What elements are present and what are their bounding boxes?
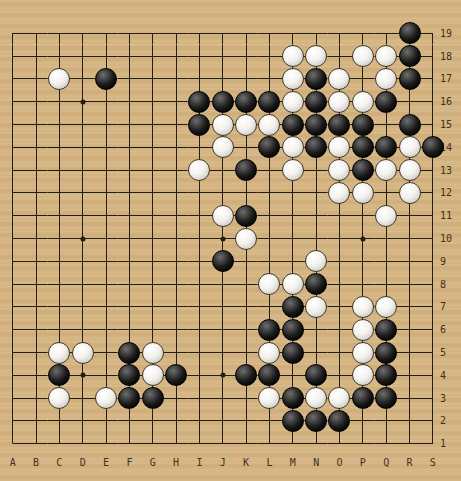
intersection-Q3[interactable] [375,387,398,410]
intersection-A6[interactable] [1,318,24,341]
intersection-K16[interactable] [234,90,257,113]
intersection-I10[interactable] [188,227,211,250]
intersection-G11[interactable] [141,204,164,227]
intersection-Q2[interactable] [375,410,398,433]
intersection-E19[interactable] [94,22,117,45]
intersection-I4[interactable] [188,364,211,387]
intersection-O18[interactable] [328,45,351,68]
intersection-E11[interactable] [94,204,117,227]
intersection-O8[interactable] [328,273,351,296]
intersection-M2[interactable] [281,410,304,433]
intersection-G16[interactable] [141,90,164,113]
intersection-M18[interactable] [281,45,304,68]
intersection-D10[interactable] [71,227,94,250]
intersection-E6[interactable] [94,318,117,341]
intersection-D18[interactable] [71,45,94,68]
intersection-L10[interactable] [258,227,281,250]
intersection-C13[interactable] [48,159,71,182]
intersection-K6[interactable] [234,318,257,341]
intersection-H13[interactable] [164,159,187,182]
intersection-L1[interactable] [258,432,281,455]
intersection-H8[interactable] [164,273,187,296]
intersection-J7[interactable] [211,296,234,319]
intersection-D1[interactable] [71,432,94,455]
intersection-E8[interactable] [94,273,117,296]
intersection-F7[interactable] [118,296,141,319]
intersection-H9[interactable] [164,250,187,273]
intersection-G1[interactable] [141,432,164,455]
intersection-H17[interactable] [164,68,187,91]
intersection-K15[interactable] [234,113,257,136]
intersection-I13[interactable] [188,159,211,182]
intersection-J18[interactable] [211,45,234,68]
intersection-F19[interactable] [118,22,141,45]
intersection-R9[interactable] [398,250,421,273]
intersection-O15[interactable] [328,113,351,136]
intersection-A17[interactable] [1,68,24,91]
intersection-F4[interactable] [118,364,141,387]
intersection-G10[interactable] [141,227,164,250]
intersection-I6[interactable] [188,318,211,341]
intersection-O17[interactable] [328,68,351,91]
intersection-F15[interactable] [118,113,141,136]
intersection-N15[interactable] [304,113,327,136]
intersection-K19[interactable] [234,22,257,45]
intersection-H3[interactable] [164,387,187,410]
intersection-B8[interactable] [24,273,47,296]
intersection-A4[interactable] [1,364,24,387]
intersection-H18[interactable] [164,45,187,68]
intersection-J3[interactable] [211,387,234,410]
intersection-P1[interactable] [351,432,374,455]
intersection-A10[interactable] [1,227,24,250]
intersection-F1[interactable] [118,432,141,455]
intersection-D11[interactable] [71,204,94,227]
intersection-E1[interactable] [94,432,117,455]
intersection-J13[interactable] [211,159,234,182]
intersection-P3[interactable] [351,387,374,410]
intersection-H11[interactable] [164,204,187,227]
intersection-M4[interactable] [281,364,304,387]
intersection-M11[interactable] [281,204,304,227]
intersection-R7[interactable] [398,296,421,319]
intersection-I7[interactable] [188,296,211,319]
intersection-M1[interactable] [281,432,304,455]
intersection-F8[interactable] [118,273,141,296]
intersection-L19[interactable] [258,22,281,45]
intersection-O9[interactable] [328,250,351,273]
intersection-N17[interactable] [304,68,327,91]
intersection-M3[interactable] [281,387,304,410]
intersection-O2[interactable] [328,410,351,433]
intersection-J17[interactable] [211,68,234,91]
intersection-E14[interactable] [94,136,117,159]
intersection-E18[interactable] [94,45,117,68]
intersection-K11[interactable] [234,204,257,227]
intersection-E13[interactable] [94,159,117,182]
intersection-E16[interactable] [94,90,117,113]
intersection-I16[interactable] [188,90,211,113]
intersection-P9[interactable] [351,250,374,273]
intersection-I1[interactable] [188,432,211,455]
intersection-G5[interactable] [141,341,164,364]
intersection-G2[interactable] [141,410,164,433]
intersection-L2[interactable] [258,410,281,433]
intersection-G18[interactable] [141,45,164,68]
intersection-R8[interactable] [398,273,421,296]
intersection-C18[interactable] [48,45,71,68]
intersection-H1[interactable] [164,432,187,455]
intersection-M6[interactable] [281,318,304,341]
intersection-E9[interactable] [94,250,117,273]
intersection-N1[interactable] [304,432,327,455]
intersection-G13[interactable] [141,159,164,182]
intersection-R2[interactable] [398,410,421,433]
intersection-K5[interactable] [234,341,257,364]
intersection-D13[interactable] [71,159,94,182]
intersection-E5[interactable] [94,341,117,364]
intersection-N16[interactable] [304,90,327,113]
intersection-Q17[interactable] [375,68,398,91]
intersection-P14[interactable] [351,136,374,159]
intersection-E10[interactable] [94,227,117,250]
intersection-C16[interactable] [48,90,71,113]
intersection-P10[interactable] [351,227,374,250]
intersection-M10[interactable] [281,227,304,250]
intersection-B3[interactable] [24,387,47,410]
intersection-A14[interactable] [1,136,24,159]
intersection-L18[interactable] [258,45,281,68]
intersection-H7[interactable] [164,296,187,319]
intersection-R5[interactable] [398,341,421,364]
intersection-A9[interactable] [1,250,24,273]
intersection-C8[interactable] [48,273,71,296]
intersection-Q15[interactable] [375,113,398,136]
intersection-H2[interactable] [164,410,187,433]
intersection-K17[interactable] [234,68,257,91]
intersection-M17[interactable] [281,68,304,91]
intersection-K9[interactable] [234,250,257,273]
intersection-A19[interactable] [1,22,24,45]
intersection-B11[interactable] [24,204,47,227]
intersection-B19[interactable] [24,22,47,45]
intersection-C19[interactable] [48,22,71,45]
intersection-D5[interactable] [71,341,94,364]
intersection-D14[interactable] [71,136,94,159]
intersection-G4[interactable] [141,364,164,387]
intersection-L14[interactable] [258,136,281,159]
intersection-K10[interactable] [234,227,257,250]
intersection-A15[interactable] [1,113,24,136]
intersection-R12[interactable] [398,182,421,205]
intersection-F17[interactable] [118,68,141,91]
intersection-P11[interactable] [351,204,374,227]
intersection-K3[interactable] [234,387,257,410]
intersection-K2[interactable] [234,410,257,433]
intersection-N3[interactable] [304,387,327,410]
intersection-J12[interactable] [211,182,234,205]
intersection-M7[interactable] [281,296,304,319]
intersection-D15[interactable] [71,113,94,136]
intersection-E7[interactable] [94,296,117,319]
intersection-I14[interactable] [188,136,211,159]
intersection-N19[interactable] [304,22,327,45]
intersection-B1[interactable] [24,432,47,455]
intersection-A8[interactable] [1,273,24,296]
intersection-C7[interactable] [48,296,71,319]
intersection-K8[interactable] [234,273,257,296]
intersection-P19[interactable] [351,22,374,45]
intersection-F2[interactable] [118,410,141,433]
intersection-J16[interactable] [211,90,234,113]
intersection-D2[interactable] [71,410,94,433]
intersection-I12[interactable] [188,182,211,205]
intersection-D12[interactable] [71,182,94,205]
intersection-R3[interactable] [398,387,421,410]
intersection-J11[interactable] [211,204,234,227]
intersection-J2[interactable] [211,410,234,433]
intersection-N6[interactable] [304,318,327,341]
intersection-E3[interactable] [94,387,117,410]
intersection-F18[interactable] [118,45,141,68]
intersection-P18[interactable] [351,45,374,68]
intersection-C2[interactable] [48,410,71,433]
intersection-H5[interactable] [164,341,187,364]
intersection-P17[interactable] [351,68,374,91]
intersection-L11[interactable] [258,204,281,227]
intersection-B12[interactable] [24,182,47,205]
intersection-J5[interactable] [211,341,234,364]
intersection-R10[interactable] [398,227,421,250]
intersection-H14[interactable] [164,136,187,159]
intersection-M19[interactable] [281,22,304,45]
intersection-C4[interactable] [48,364,71,387]
intersection-B2[interactable] [24,410,47,433]
intersection-L9[interactable] [258,250,281,273]
intersection-D19[interactable] [71,22,94,45]
intersection-H4[interactable] [164,364,187,387]
intersection-I19[interactable] [188,22,211,45]
intersection-P7[interactable] [351,296,374,319]
intersection-C17[interactable] [48,68,71,91]
intersection-G3[interactable] [141,387,164,410]
intersection-F10[interactable] [118,227,141,250]
intersection-I9[interactable] [188,250,211,273]
intersection-M13[interactable] [281,159,304,182]
intersection-Q14[interactable] [375,136,398,159]
intersection-O10[interactable] [328,227,351,250]
intersection-F16[interactable] [118,90,141,113]
intersection-A1[interactable] [1,432,24,455]
intersection-C10[interactable] [48,227,71,250]
intersection-D7[interactable] [71,296,94,319]
intersection-C11[interactable] [48,204,71,227]
intersection-A7[interactable] [1,296,24,319]
intersection-B18[interactable] [24,45,47,68]
intersection-P15[interactable] [351,113,374,136]
intersection-L7[interactable] [258,296,281,319]
intersection-D8[interactable] [71,273,94,296]
intersection-B4[interactable] [24,364,47,387]
intersection-J14[interactable] [211,136,234,159]
intersection-J4[interactable] [211,364,234,387]
intersection-P12[interactable] [351,182,374,205]
intersection-I18[interactable] [188,45,211,68]
intersection-N4[interactable] [304,364,327,387]
intersection-F14[interactable] [118,136,141,159]
intersection-M16[interactable] [281,90,304,113]
intersection-I17[interactable] [188,68,211,91]
intersection-L13[interactable] [258,159,281,182]
intersection-B14[interactable] [24,136,47,159]
intersection-Q13[interactable] [375,159,398,182]
intersection-K13[interactable] [234,159,257,182]
intersection-K18[interactable] [234,45,257,68]
intersection-Q7[interactable] [375,296,398,319]
intersection-R6[interactable] [398,318,421,341]
intersection-P8[interactable] [351,273,374,296]
intersection-H19[interactable] [164,22,187,45]
intersection-O13[interactable] [328,159,351,182]
intersection-A18[interactable] [1,45,24,68]
intersection-N2[interactable] [304,410,327,433]
intersection-C15[interactable] [48,113,71,136]
intersection-E12[interactable] [94,182,117,205]
intersection-R11[interactable] [398,204,421,227]
intersection-N18[interactable] [304,45,327,68]
intersection-B17[interactable] [24,68,47,91]
intersection-R15[interactable] [398,113,421,136]
intersection-A5[interactable] [1,341,24,364]
intersection-L16[interactable] [258,90,281,113]
intersection-R14[interactable] [398,136,421,159]
intersection-C14[interactable] [48,136,71,159]
intersection-K7[interactable] [234,296,257,319]
intersection-C6[interactable] [48,318,71,341]
intersection-N10[interactable] [304,227,327,250]
intersection-R16[interactable] [398,90,421,113]
intersection-J9[interactable] [211,250,234,273]
intersection-H16[interactable] [164,90,187,113]
intersection-N14[interactable] [304,136,327,159]
intersection-J8[interactable] [211,273,234,296]
intersection-A2[interactable] [1,410,24,433]
intersection-H12[interactable] [164,182,187,205]
intersection-O6[interactable] [328,318,351,341]
intersection-G9[interactable] [141,250,164,273]
intersection-J6[interactable] [211,318,234,341]
intersection-L8[interactable] [258,273,281,296]
intersection-M12[interactable] [281,182,304,205]
intersection-L17[interactable] [258,68,281,91]
intersection-H6[interactable] [164,318,187,341]
intersection-M15[interactable] [281,113,304,136]
intersection-P4[interactable] [351,364,374,387]
intersection-G17[interactable] [141,68,164,91]
intersection-O7[interactable] [328,296,351,319]
intersection-L4[interactable] [258,364,281,387]
intersection-P2[interactable] [351,410,374,433]
intersection-G14[interactable] [141,136,164,159]
intersection-N8[interactable] [304,273,327,296]
intersection-P13[interactable] [351,159,374,182]
intersection-E4[interactable] [94,364,117,387]
intersection-I5[interactable] [188,341,211,364]
intersection-D3[interactable] [71,387,94,410]
intersection-Q5[interactable] [375,341,398,364]
intersection-G6[interactable] [141,318,164,341]
intersection-K1[interactable] [234,432,257,455]
intersection-J1[interactable] [211,432,234,455]
intersection-G19[interactable] [141,22,164,45]
intersection-M5[interactable] [281,341,304,364]
intersection-C1[interactable] [48,432,71,455]
intersection-I15[interactable] [188,113,211,136]
intersection-Q18[interactable] [375,45,398,68]
intersection-R18[interactable] [398,45,421,68]
intersection-O4[interactable] [328,364,351,387]
intersection-D4[interactable] [71,364,94,387]
intersection-C12[interactable] [48,182,71,205]
intersection-R13[interactable] [398,159,421,182]
intersection-Q9[interactable] [375,250,398,273]
intersection-L5[interactable] [258,341,281,364]
intersection-K14[interactable] [234,136,257,159]
intersection-Q6[interactable] [375,318,398,341]
intersection-B9[interactable] [24,250,47,273]
intersection-L3[interactable] [258,387,281,410]
intersection-F9[interactable] [118,250,141,273]
intersection-G12[interactable] [141,182,164,205]
intersection-F5[interactable] [118,341,141,364]
intersection-Q10[interactable] [375,227,398,250]
intersection-O12[interactable] [328,182,351,205]
intersection-R17[interactable] [398,68,421,91]
intersection-I8[interactable] [188,273,211,296]
intersection-K12[interactable] [234,182,257,205]
intersection-Q16[interactable] [375,90,398,113]
intersection-B16[interactable] [24,90,47,113]
intersection-Q8[interactable] [375,273,398,296]
intersection-L12[interactable] [258,182,281,205]
intersection-M14[interactable] [281,136,304,159]
intersection-M8[interactable] [281,273,304,296]
intersection-I3[interactable] [188,387,211,410]
intersection-A16[interactable] [1,90,24,113]
intersection-N12[interactable] [304,182,327,205]
intersection-I2[interactable] [188,410,211,433]
intersection-D16[interactable] [71,90,94,113]
intersection-J19[interactable] [211,22,234,45]
intersection-Q1[interactable] [375,432,398,455]
intersection-O1[interactable] [328,432,351,455]
intersection-F13[interactable] [118,159,141,182]
intersection-R19[interactable] [398,22,421,45]
intersection-O19[interactable] [328,22,351,45]
intersection-E2[interactable] [94,410,117,433]
intersection-B13[interactable] [24,159,47,182]
intersection-Q11[interactable] [375,204,398,227]
intersection-L6[interactable] [258,318,281,341]
intersection-N9[interactable] [304,250,327,273]
intersection-O16[interactable] [328,90,351,113]
intersection-H15[interactable] [164,113,187,136]
intersection-H10[interactable] [164,227,187,250]
intersection-F3[interactable] [118,387,141,410]
intersection-B15[interactable] [24,113,47,136]
intersection-N11[interactable] [304,204,327,227]
intersection-F6[interactable] [118,318,141,341]
